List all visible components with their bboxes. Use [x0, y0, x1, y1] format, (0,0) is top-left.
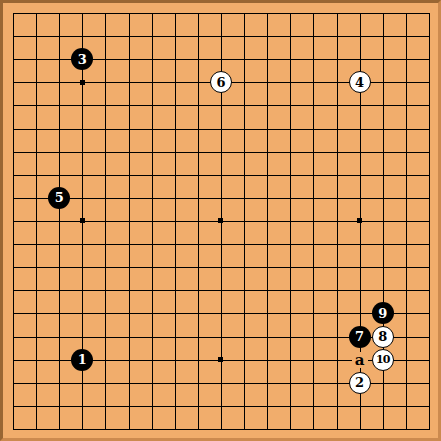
stone-black-3: 3: [71, 48, 93, 70]
go-board: 12345678910a: [0, 0, 441, 441]
stone-white-4: 4: [349, 71, 371, 93]
stone-black-9: 9: [372, 302, 394, 324]
stone-black-7: 7: [349, 326, 371, 348]
stone-black-5: 5: [48, 187, 70, 209]
board-grid: 12345678910a: [1, 1, 440, 440]
stone-white-8: 8: [372, 326, 394, 348]
stone-white-10: 10: [372, 349, 394, 371]
point-label-a: a: [352, 352, 368, 368]
stone-white-6: 6: [210, 71, 232, 93]
stone-black-1: 1: [71, 349, 93, 371]
stone-white-2: 2: [349, 372, 371, 394]
